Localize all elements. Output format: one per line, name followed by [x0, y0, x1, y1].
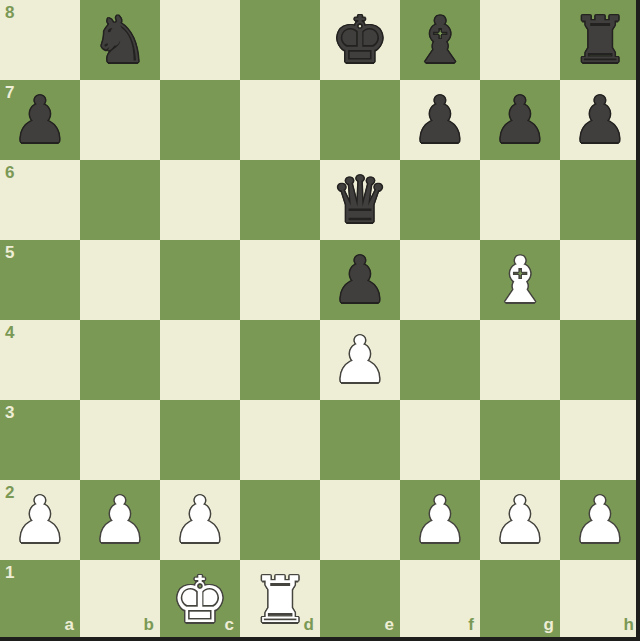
- square-f4[interactable]: [400, 320, 480, 400]
- square-a2[interactable]: 2♟: [0, 480, 80, 560]
- square-f7[interactable]: ♟: [400, 80, 480, 160]
- square-h3[interactable]: [560, 400, 640, 480]
- file-label-a: a: [65, 616, 74, 633]
- square-b5[interactable]: [80, 240, 160, 320]
- square-h8[interactable]: ♜: [560, 0, 640, 80]
- white-pawn-icon[interactable]: ♟: [400, 480, 480, 560]
- square-d6[interactable]: [240, 160, 320, 240]
- square-c5[interactable]: [160, 240, 240, 320]
- square-a5[interactable]: 5: [0, 240, 80, 320]
- square-f8[interactable]: ♝: [400, 0, 480, 80]
- square-a3[interactable]: 3: [0, 400, 80, 480]
- square-f1[interactable]: f: [400, 560, 480, 640]
- square-g2[interactable]: ♟: [480, 480, 560, 560]
- square-f6[interactable]: [400, 160, 480, 240]
- white-pawn-icon[interactable]: ♟: [0, 480, 80, 560]
- rank-label-3: 3: [5, 404, 14, 421]
- square-a6[interactable]: 6: [0, 160, 80, 240]
- square-g1[interactable]: g: [480, 560, 560, 640]
- black-pawn-icon[interactable]: ♟: [480, 80, 560, 160]
- square-c3[interactable]: [160, 400, 240, 480]
- square-g8[interactable]: [480, 0, 560, 80]
- black-knight-icon[interactable]: ♞: [80, 0, 160, 80]
- white-pawn-icon[interactable]: ♟: [480, 480, 560, 560]
- black-pawn-icon[interactable]: ♟: [0, 80, 80, 160]
- chess-board-container: 8♞♚♝♜7♟♟♟♟6♛5♟♝4♟32♟♟♟♟♟♟1abc♚d♜efgh: [0, 0, 640, 641]
- square-g5[interactable]: ♝: [480, 240, 560, 320]
- square-c8[interactable]: [160, 0, 240, 80]
- square-e7[interactable]: [320, 80, 400, 160]
- black-pawn-icon[interactable]: ♟: [400, 80, 480, 160]
- file-label-g: g: [544, 616, 554, 633]
- white-king-icon[interactable]: ♚: [160, 560, 240, 640]
- square-h2[interactable]: ♟: [560, 480, 640, 560]
- white-pawn-icon[interactable]: ♟: [80, 480, 160, 560]
- black-queen-icon[interactable]: ♛: [320, 160, 400, 240]
- square-h5[interactable]: [560, 240, 640, 320]
- square-a7[interactable]: 7♟: [0, 80, 80, 160]
- square-d2[interactable]: [240, 480, 320, 560]
- square-g7[interactable]: ♟: [480, 80, 560, 160]
- square-d5[interactable]: [240, 240, 320, 320]
- square-h4[interactable]: [560, 320, 640, 400]
- square-g3[interactable]: [480, 400, 560, 480]
- square-b1[interactable]: b: [80, 560, 160, 640]
- square-d3[interactable]: [240, 400, 320, 480]
- rank-label-4: 4: [5, 324, 14, 341]
- black-bishop-icon[interactable]: ♝: [400, 0, 480, 80]
- square-g4[interactable]: [480, 320, 560, 400]
- square-c4[interactable]: [160, 320, 240, 400]
- rank-label-8: 8: [5, 4, 14, 21]
- square-h1[interactable]: h: [560, 560, 640, 640]
- rank-label-1: 1: [5, 564, 14, 581]
- rank-label-6: 6: [5, 164, 14, 181]
- square-h7[interactable]: ♟: [560, 80, 640, 160]
- white-pawn-icon[interactable]: ♟: [560, 480, 640, 560]
- file-label-e: e: [385, 616, 394, 633]
- square-b2[interactable]: ♟: [80, 480, 160, 560]
- square-e2[interactable]: [320, 480, 400, 560]
- file-label-b: b: [144, 616, 154, 633]
- square-b4[interactable]: [80, 320, 160, 400]
- square-c6[interactable]: [160, 160, 240, 240]
- white-pawn-icon[interactable]: ♟: [160, 480, 240, 560]
- square-c7[interactable]: [160, 80, 240, 160]
- square-a1[interactable]: 1a: [0, 560, 80, 640]
- rank-label-5: 5: [5, 244, 14, 261]
- square-d1[interactable]: d♜: [240, 560, 320, 640]
- square-e1[interactable]: e: [320, 560, 400, 640]
- white-pawn-icon[interactable]: ♟: [320, 320, 400, 400]
- square-f3[interactable]: [400, 400, 480, 480]
- square-g6[interactable]: [480, 160, 560, 240]
- square-d7[interactable]: [240, 80, 320, 160]
- square-b6[interactable]: [80, 160, 160, 240]
- square-a4[interactable]: 4: [0, 320, 80, 400]
- white-bishop-icon[interactable]: ♝: [480, 240, 560, 320]
- square-f2[interactable]: ♟: [400, 480, 480, 560]
- board-edge-right: [636, 0, 640, 641]
- square-c1[interactable]: c♚: [160, 560, 240, 640]
- square-e4[interactable]: ♟: [320, 320, 400, 400]
- square-h6[interactable]: [560, 160, 640, 240]
- square-d8[interactable]: [240, 0, 320, 80]
- square-b3[interactable]: [80, 400, 160, 480]
- square-c2[interactable]: ♟: [160, 480, 240, 560]
- black-pawn-icon[interactable]: ♟: [320, 240, 400, 320]
- white-rook-icon[interactable]: ♜: [240, 560, 320, 640]
- file-label-h: h: [624, 616, 634, 633]
- square-a8[interactable]: 8: [0, 0, 80, 80]
- square-e6[interactable]: ♛: [320, 160, 400, 240]
- black-king-icon[interactable]: ♚: [320, 0, 400, 80]
- file-label-f: f: [468, 616, 474, 633]
- square-e8[interactable]: ♚: [320, 0, 400, 80]
- black-rook-icon[interactable]: ♜: [560, 0, 640, 80]
- square-b8[interactable]: ♞: [80, 0, 160, 80]
- square-e3[interactable]: [320, 400, 400, 480]
- square-e5[interactable]: ♟: [320, 240, 400, 320]
- square-d4[interactable]: [240, 320, 320, 400]
- square-b7[interactable]: [80, 80, 160, 160]
- board-edge-bottom: [0, 637, 640, 641]
- square-f5[interactable]: [400, 240, 480, 320]
- chess-board: 8♞♚♝♜7♟♟♟♟6♛5♟♝4♟32♟♟♟♟♟♟1abc♚d♜efgh: [0, 0, 640, 640]
- black-pawn-icon[interactable]: ♟: [560, 80, 640, 160]
